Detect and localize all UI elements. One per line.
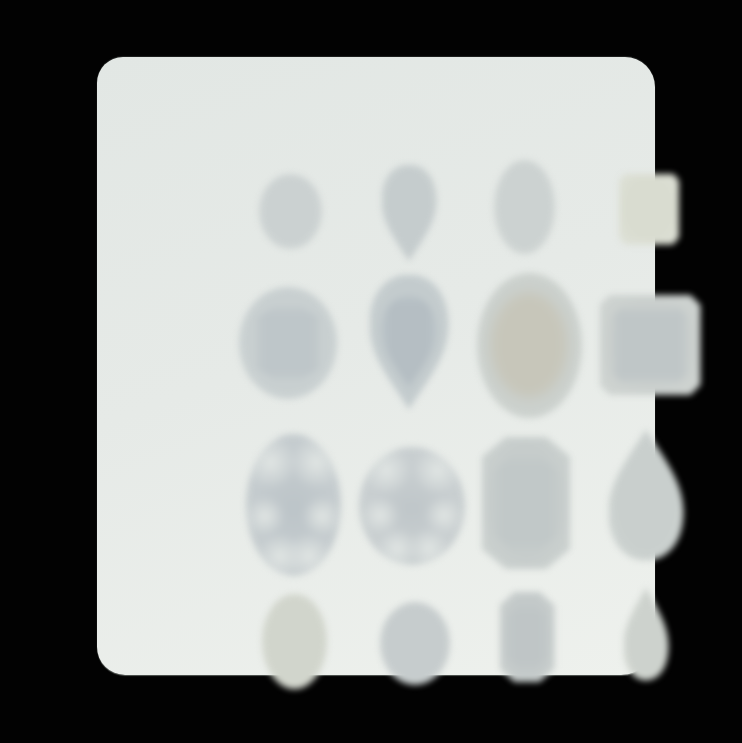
- cavity-teardrop-point-up: [609, 430, 684, 561]
- cavity-small-round: [259, 174, 322, 249]
- inner-facet-octagon: [257, 307, 320, 379]
- cavity-small-square: [619, 174, 679, 245]
- cavity-small-round-2: [380, 602, 450, 685]
- oval-gem-shape: [262, 594, 327, 689]
- photo-stage: [0, 0, 742, 743]
- inner-facet-oval: [491, 293, 567, 397]
- oval-gem-shape: [239, 287, 337, 399]
- cavity-emerald-cut: [482, 437, 570, 569]
- oval-gem-shape: [359, 447, 465, 565]
- oval-gem-shape: [477, 273, 582, 418]
- oval-gem-shape: [494, 160, 555, 254]
- octagon-gem-shape: [500, 592, 555, 682]
- square-gem-shape: [600, 295, 701, 395]
- inner-facet-square: [613, 308, 688, 382]
- cavity-large-teardrop: [370, 275, 449, 410]
- cavity-small-teardrop-up: [624, 588, 669, 681]
- cavity-small-oval: [494, 160, 555, 254]
- cavity-oval-cabochon: [246, 434, 341, 576]
- oval-gem-shape: [380, 602, 450, 685]
- cavity-small-emerald-cut: [500, 592, 555, 682]
- cavity-small-oval-2: [262, 594, 327, 689]
- cavity-large-round-brilliant: [239, 287, 337, 399]
- silicone-mold: [97, 57, 655, 675]
- octagon-gem-shape: [482, 437, 570, 569]
- teardrop-up-gem-shape: [624, 588, 669, 681]
- cavity-large-oval: [477, 273, 582, 418]
- teardrop-down-gem-shape: [382, 165, 437, 262]
- cavity-large-square: [600, 295, 701, 395]
- cavity-small-teardrop: [382, 165, 437, 262]
- inner-facet-teardrop-down: [382, 296, 436, 388]
- inner-facet-octagon: [508, 606, 545, 667]
- square-gem-shape: [619, 174, 679, 245]
- oval-gem-shape: [246, 434, 341, 576]
- oval-gem-shape: [259, 174, 322, 249]
- inner-facet-octagon: [495, 457, 557, 549]
- teardrop-up-gem-shape: [609, 430, 684, 561]
- cavity-round-cabochon: [359, 447, 465, 565]
- teardrop-down-gem-shape: [370, 275, 449, 410]
